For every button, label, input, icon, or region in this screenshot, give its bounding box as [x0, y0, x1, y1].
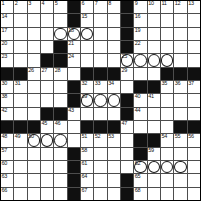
clue-number-9: 9: [135, 1, 138, 7]
cell-r3c6[interactable]: 18: [68, 28, 80, 40]
cell-r11c13[interactable]: 54: [161, 134, 173, 146]
cell-r13c7[interactable]: 61: [81, 161, 93, 173]
block-cell-r11c12: [148, 134, 160, 146]
circle-marker: [161, 161, 173, 173]
cell-r11c1[interactable]: 48: [1, 134, 13, 146]
clue-number-10: 10: [148, 1, 154, 7]
cell-r5c8[interactable]: [94, 54, 106, 66]
block-cell-r10c8: [94, 121, 106, 133]
clue-number-4: 4: [41, 1, 44, 7]
cell-r1c4[interactable]: 4: [41, 1, 53, 13]
cell-r7c14[interactable]: 36: [174, 81, 186, 93]
cell-r2c5[interactable]: [54, 14, 66, 26]
cell-r3c12[interactable]: [148, 28, 160, 40]
cell-r9c14[interactable]: [174, 108, 186, 120]
cell-r9c3[interactable]: [28, 108, 40, 120]
cell-r13c1[interactable]: 60: [1, 161, 13, 173]
block-cell-r2c10: [121, 14, 133, 26]
clue-number-5: 5: [55, 1, 58, 7]
cell-r3c2[interactable]: [14, 28, 26, 40]
circle-marker: [161, 54, 173, 66]
cell-r1c15[interactable]: 13: [188, 1, 200, 13]
cell-r8c14[interactable]: [174, 94, 186, 106]
clue-number-45: 45: [41, 121, 47, 127]
cell-r2c4[interactable]: [41, 14, 53, 26]
clue-number-29: 29: [121, 68, 127, 74]
cell-r10c6[interactable]: [68, 121, 80, 133]
cell-r15c11[interactable]: 68: [134, 188, 146, 200]
block-cell-r6c1: [1, 68, 13, 80]
cell-r9c13[interactable]: [161, 108, 173, 120]
cell-r1c5[interactable]: 5: [54, 1, 66, 13]
block-cell-r12c6: [68, 148, 80, 160]
cell-r14c3[interactable]: [28, 174, 40, 186]
cell-r13c8[interactable]: [94, 161, 106, 173]
cell-r3c5[interactable]: [54, 28, 66, 40]
cell-r2c3[interactable]: [28, 14, 40, 26]
cell-r15c9[interactable]: [108, 188, 120, 200]
cell-r9c11[interactable]: 44: [134, 108, 146, 120]
cell-r6c3[interactable]: 26: [28, 68, 40, 80]
clue-number-18: 18: [68, 28, 74, 34]
clue-number-58: 58: [81, 148, 87, 154]
cell-r1c3[interactable]: 3: [28, 1, 40, 13]
block-cell-r8c10: [121, 94, 133, 106]
block-cell-r5c5: [54, 54, 66, 66]
cell-r5c14[interactable]: [174, 54, 186, 66]
cell-r11c10[interactable]: [121, 134, 133, 146]
cell-r9c7[interactable]: [81, 108, 93, 120]
clue-number-47: 47: [121, 121, 127, 127]
cell-r14c13[interactable]: [161, 174, 173, 186]
cell-r6c5[interactable]: 28: [54, 68, 66, 80]
clue-number-15: 15: [81, 14, 87, 20]
cell-r15c12[interactable]: [148, 188, 160, 200]
cell-r6c12[interactable]: [148, 68, 160, 80]
block-cell-r6c2: [14, 68, 26, 80]
cell-r4c2[interactable]: [14, 41, 26, 53]
cell-r1c1[interactable]: 1: [1, 1, 13, 13]
cell-r2c1[interactable]: 14: [1, 14, 13, 26]
cell-r2c2[interactable]: [14, 14, 26, 26]
cell-r9c9[interactable]: [108, 108, 120, 120]
circle-marker: [54, 28, 66, 40]
clue-number-64: 64: [81, 174, 87, 180]
cell-r11c5[interactable]: [54, 134, 66, 146]
cell-r13c2[interactable]: [14, 161, 26, 173]
cell-r8c4[interactable]: [41, 94, 53, 106]
cell-r9c1[interactable]: 42: [1, 108, 13, 120]
cell-r8c12[interactable]: 41: [148, 94, 160, 106]
cell-r7c1[interactable]: 30: [1, 81, 13, 93]
clue-number-33: 33: [95, 81, 101, 87]
cell-r15c5[interactable]: [54, 188, 66, 200]
cell-r7c4[interactable]: [41, 81, 53, 93]
block-cell-r10c14: [174, 121, 186, 133]
cell-r14c5[interactable]: [54, 174, 66, 186]
block-cell-r6c14: [174, 68, 186, 80]
circle-marker: [148, 54, 160, 66]
cell-r5c1[interactable]: 23: [1, 54, 13, 66]
clue-number-14: 14: [2, 14, 8, 20]
cell-r15c15[interactable]: [188, 188, 200, 200]
cell-r5c6[interactable]: 24: [68, 54, 80, 66]
clue-number-11: 11: [161, 1, 166, 7]
block-cell-r6c9: [108, 68, 120, 80]
clue-number-42: 42: [2, 108, 8, 114]
cell-r1c9[interactable]: 8: [108, 1, 120, 13]
clue-number-27: 27: [41, 68, 47, 74]
cell-r7c3[interactable]: [28, 81, 40, 93]
block-cell-r8c6: [68, 94, 80, 106]
block-cell-r10c7: [81, 121, 93, 133]
cell-r4c11[interactable]: 22: [134, 41, 146, 53]
cell-r9c2[interactable]: [14, 108, 26, 120]
cell-r12c8[interactable]: [94, 148, 106, 160]
clue-number-44: 44: [135, 108, 141, 114]
circle-marker: [108, 94, 120, 106]
block-cell-r1c10: [121, 1, 133, 13]
cell-r3c13[interactable]: [161, 28, 173, 40]
cell-r10c5[interactable]: 46: [54, 121, 66, 133]
clue-number-62: 62: [135, 161, 141, 167]
clue-number-24: 24: [68, 54, 74, 60]
cell-r6c11[interactable]: [134, 68, 146, 80]
block-cell-r10c9: [108, 121, 120, 133]
circle-marker: [81, 28, 93, 40]
block-cell-r15c10: [121, 188, 133, 200]
circle-marker: [134, 54, 146, 66]
clue-number-7: 7: [95, 1, 98, 7]
cell-r4c3[interactable]: [28, 41, 40, 53]
cell-r4c1[interactable]: 20: [1, 41, 13, 53]
block-cell-r10c15: [188, 121, 200, 133]
clue-number-3: 3: [28, 1, 31, 7]
clue-number-46: 46: [55, 121, 61, 127]
cell-r7c13[interactable]: 35: [161, 81, 173, 93]
clue-number-40: 40: [135, 94, 141, 100]
cell-r12c3[interactable]: [28, 148, 40, 160]
cell-r14c14[interactable]: [174, 174, 186, 186]
clue-number-30: 30: [2, 81, 8, 87]
cell-r6c4[interactable]: 27: [41, 68, 53, 80]
cell-r5c12[interactable]: [148, 54, 160, 66]
clue-number-13: 13: [188, 1, 194, 7]
cell-r4c7[interactable]: [81, 41, 93, 53]
cell-r9c12[interactable]: [148, 108, 160, 120]
clue-number-22: 22: [135, 41, 141, 47]
cell-r5c3[interactable]: [28, 54, 40, 66]
cell-r4c13[interactable]: [161, 41, 173, 53]
crossword-puzzle: 1234567891011121314151617181920212223242…: [0, 0, 201, 215]
clue-number-67: 67: [81, 188, 87, 194]
cell-r15c8[interactable]: [94, 188, 106, 200]
clue-number-49: 49: [15, 134, 21, 140]
cell-r14c7[interactable]: 64: [81, 174, 93, 186]
cell-r2c12[interactable]: [148, 14, 160, 26]
cell-r12c15[interactable]: [188, 148, 200, 160]
block-cell-r6c8: [94, 68, 106, 80]
cell-r2c13[interactable]: [161, 14, 173, 26]
cell-r3c4[interactable]: [41, 28, 53, 40]
cell-r10c12[interactable]: [148, 121, 160, 133]
cell-r9c6[interactable]: 43: [68, 108, 80, 120]
cell-r8c3[interactable]: [28, 94, 40, 106]
cell-r12c7[interactable]: 58: [81, 148, 93, 160]
cell-r12c1[interactable]: 57: [1, 148, 13, 160]
crossword-grid: 1234567891011121314151617181920212223242…: [0, 0, 201, 201]
block-cell-r7c11: [134, 81, 146, 93]
cell-r14c15[interactable]: [188, 174, 200, 186]
cell-r8c11[interactable]: 40: [134, 94, 146, 106]
clue-number-19: 19: [135, 28, 141, 34]
cell-r13c11[interactable]: 62: [134, 161, 146, 173]
block-cell-r9c5: [54, 108, 66, 120]
circle-marker: [41, 134, 53, 146]
clue-number-56: 56: [188, 134, 194, 140]
cell-r8c13[interactable]: [161, 94, 173, 106]
clue-number-25: 25: [121, 54, 127, 60]
clue-number-37: 37: [188, 81, 194, 87]
block-cell-r13c6: [68, 161, 80, 173]
clue-number-59: 59: [148, 148, 154, 154]
clue-number-43: 43: [68, 108, 74, 114]
cell-r15c13[interactable]: [161, 188, 173, 200]
cell-r12c10[interactable]: [121, 148, 133, 160]
clue-number-23: 23: [2, 54, 8, 60]
clue-number-52: 52: [95, 134, 101, 140]
circle-marker: [94, 94, 106, 106]
cell-r12c9[interactable]: [108, 148, 120, 160]
cell-r5c2[interactable]: [14, 54, 26, 66]
cell-r12c13[interactable]: [161, 148, 173, 160]
block-cell-r15c6: [68, 188, 80, 200]
cell-r2c7[interactable]: 15: [81, 14, 93, 26]
cell-r7c2[interactable]: 31: [14, 81, 26, 93]
clue-number-48: 48: [2, 134, 8, 140]
cell-r2c11[interactable]: 16: [134, 14, 146, 26]
block-cell-r6c15: [188, 68, 200, 80]
clue-number-53: 53: [108, 134, 114, 140]
cell-r15c14[interactable]: [174, 188, 186, 200]
clue-number-2: 2: [15, 1, 18, 7]
cell-r1c12[interactable]: 10: [148, 1, 160, 13]
clue-number-31: 31: [15, 81, 21, 87]
cell-r5c15[interactable]: [188, 54, 200, 66]
cell-r7c5[interactable]: [54, 81, 66, 93]
block-cell-r14c6: [68, 174, 80, 186]
clue-number-1: 1: [2, 1, 5, 7]
block-cell-r9c10: [121, 108, 133, 120]
cell-r11c4[interactable]: [41, 134, 53, 146]
cell-r1c8[interactable]: 7: [94, 1, 106, 13]
clue-number-8: 8: [108, 1, 111, 7]
cell-r5c9[interactable]: [108, 54, 120, 66]
cell-r5c13[interactable]: [161, 54, 173, 66]
cell-r15c7[interactable]: 67: [81, 188, 93, 200]
block-cell-r4c5: [54, 41, 66, 53]
clue-number-60: 60: [2, 161, 8, 167]
clue-number-57: 57: [2, 148, 8, 154]
block-cell-r2c6: [68, 14, 80, 26]
cell-r15c2[interactable]: [14, 188, 26, 200]
cell-r4c9[interactable]: [108, 41, 120, 53]
block-cell-r5c4: [41, 54, 53, 66]
cell-r10c4[interactable]: 45: [41, 121, 53, 133]
clue-number-63: 63: [2, 174, 8, 180]
cell-r4c12[interactable]: [148, 41, 160, 53]
cell-r11c9[interactable]: 53: [108, 134, 120, 146]
block-cell-r10c1: [1, 121, 13, 133]
cell-r13c4[interactable]: [41, 161, 53, 173]
cell-r5c7[interactable]: [81, 54, 93, 66]
cell-r3c15[interactable]: [188, 28, 200, 40]
cell-r11c7[interactable]: 51: [81, 134, 93, 146]
cell-r11c6[interactable]: [68, 134, 80, 146]
cell-r7c8[interactable]: 33: [94, 81, 106, 93]
clue-number-21: 21: [68, 41, 74, 47]
cell-r8c5[interactable]: [54, 94, 66, 106]
cell-r6c10[interactable]: 29: [121, 68, 133, 80]
cell-r14c12[interactable]: [148, 174, 160, 186]
cell-r5c11[interactable]: [134, 54, 146, 66]
cell-r8c9[interactable]: [108, 94, 120, 106]
cell-r2c9[interactable]: [108, 14, 120, 26]
cell-r5c10[interactable]: 25: [121, 54, 133, 66]
cell-r9c15[interactable]: [188, 108, 200, 120]
cell-r13c10[interactable]: [121, 161, 133, 173]
cell-r8c15[interactable]: [188, 94, 200, 106]
block-cell-r6c13: [161, 68, 173, 80]
clue-number-17: 17: [2, 28, 8, 34]
cell-r4c6[interactable]: 21: [68, 41, 80, 53]
cell-r13c9[interactable]: [108, 161, 120, 173]
cell-r8c7[interactable]: 39: [81, 94, 93, 106]
cell-r10c13[interactable]: [161, 121, 173, 133]
cell-r13c12[interactable]: [148, 161, 160, 173]
cell-r1c7[interactable]: 6: [81, 1, 93, 13]
block-cell-r10c2: [14, 121, 26, 133]
circle-marker: [54, 134, 66, 146]
cell-r13c13[interactable]: [161, 161, 173, 173]
cell-r14c2[interactable]: [14, 174, 26, 186]
cell-r7c9[interactable]: 34: [108, 81, 120, 93]
clue-number-55: 55: [175, 134, 181, 140]
cell-r3c7[interactable]: [81, 28, 93, 40]
cell-r14c4[interactable]: [41, 174, 53, 186]
cell-r3c3[interactable]: [28, 28, 40, 40]
clue-number-66: 66: [2, 188, 8, 194]
circle-marker: [174, 161, 186, 173]
cell-r7c10[interactable]: [121, 81, 133, 93]
cell-r4c8[interactable]: [94, 41, 106, 53]
cell-r2c14[interactable]: [174, 14, 186, 26]
cell-r11c2[interactable]: 49: [14, 134, 26, 146]
cell-r8c2[interactable]: [14, 94, 26, 106]
cell-r3c8[interactable]: [94, 28, 106, 40]
clue-number-51: 51: [81, 134, 87, 140]
cell-r8c8[interactable]: [94, 94, 106, 106]
cell-r15c4[interactable]: [41, 188, 53, 200]
cell-r13c14[interactable]: [174, 161, 186, 173]
cell-r11c8[interactable]: 52: [94, 134, 106, 146]
cell-r10c11[interactable]: [134, 121, 146, 133]
cell-r9c8[interactable]: [94, 108, 106, 120]
cell-r14c1[interactable]: 63: [1, 174, 13, 186]
cell-r10c10[interactable]: 47: [121, 121, 133, 133]
cell-r12c14[interactable]: [174, 148, 186, 160]
cell-r14c9[interactable]: [108, 174, 120, 186]
cell-r1c2[interactable]: 2: [14, 1, 26, 13]
cell-r3c14[interactable]: [174, 28, 186, 40]
cell-r14c11[interactable]: 65: [134, 174, 146, 186]
cell-r8c1[interactable]: 38: [1, 94, 13, 106]
cell-r2c15[interactable]: [188, 14, 200, 26]
cell-r3c1[interactable]: 17: [1, 28, 13, 40]
block-cell-r1c6: [68, 1, 80, 13]
block-cell-r14c10: [121, 174, 133, 186]
block-cell-r4c10: [121, 41, 133, 53]
cell-r7c7[interactable]: 32: [81, 81, 93, 93]
clue-number-41: 41: [148, 94, 154, 100]
clue-number-68: 68: [135, 188, 141, 194]
clue-number-61: 61: [81, 161, 87, 167]
cell-r15c1[interactable]: 66: [1, 188, 13, 200]
clue-number-36: 36: [175, 81, 181, 87]
block-cell-r6c7: [81, 68, 93, 80]
cell-r1c14[interactable]: 12: [174, 1, 186, 13]
clue-number-34: 34: [108, 81, 114, 87]
block-cell-r7c12: [148, 81, 160, 93]
cell-r3c11[interactable]: 19: [134, 28, 146, 40]
clue-number-20: 20: [2, 41, 8, 47]
cell-r11c15[interactable]: 56: [188, 134, 200, 146]
clue-number-28: 28: [55, 68, 61, 74]
cell-r13c5[interactable]: [54, 161, 66, 173]
cell-r4c14[interactable]: [174, 41, 186, 53]
cell-r12c2[interactable]: [14, 148, 26, 160]
bottom-margin: [0, 201, 201, 215]
cell-r4c15[interactable]: [188, 41, 200, 53]
cell-r2c8[interactable]: [94, 14, 106, 26]
cell-r6c6[interactable]: [68, 68, 80, 80]
cell-r12c4[interactable]: [41, 148, 53, 160]
cell-r11c3[interactable]: 50: [28, 134, 40, 146]
cell-r4c4[interactable]: [41, 41, 53, 53]
cell-r1c13[interactable]: 11: [161, 1, 173, 13]
cell-r3c9[interactable]: [108, 28, 120, 40]
cell-r1c11[interactable]: 9: [134, 1, 146, 13]
cell-r14c8[interactable]: [94, 174, 106, 186]
clue-number-12: 12: [175, 1, 181, 7]
cell-r12c5[interactable]: [54, 148, 66, 160]
cell-r13c3[interactable]: [28, 161, 40, 173]
block-cell-r3c10: [121, 28, 133, 40]
clue-number-35: 35: [161, 81, 167, 87]
clue-number-26: 26: [28, 68, 34, 74]
cell-r13c15[interactable]: [188, 161, 200, 173]
clue-number-65: 65: [135, 174, 141, 180]
clue-number-54: 54: [161, 134, 167, 140]
cell-r12c12[interactable]: 59: [148, 148, 160, 160]
clue-number-38: 38: [2, 94, 8, 100]
block-cell-r11c11: [134, 134, 146, 146]
cell-r7c15[interactable]: 37: [188, 81, 200, 93]
cell-r11c14[interactable]: 55: [174, 134, 186, 146]
cell-r15c3[interactable]: [28, 188, 40, 200]
block-cell-r7c6: [68, 81, 80, 93]
block-cell-r9c4: [41, 108, 53, 120]
